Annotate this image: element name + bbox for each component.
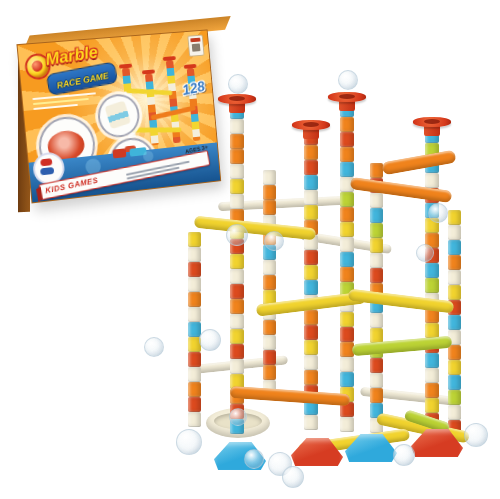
column-segment-yellow [340, 312, 354, 327]
clear-marble [228, 74, 248, 94]
column-segment-red [340, 327, 354, 342]
column-segment-blue [340, 252, 354, 267]
column-segment-orange [340, 267, 354, 282]
clear-marble [199, 329, 221, 351]
column-segment-orange [230, 149, 244, 164]
clear-marble [428, 203, 448, 223]
column-segment-cream [425, 368, 439, 383]
clear-marble [144, 337, 164, 357]
column-segment-yellow [304, 205, 318, 220]
column-segment-cream [263, 170, 276, 185]
column-segment-cream [230, 164, 244, 179]
column-segment-orange [188, 382, 201, 397]
column-segment-cream [370, 313, 383, 328]
column-segment-blue [448, 375, 461, 390]
column-segment-red [304, 160, 318, 175]
column-segment-red [340, 132, 354, 147]
column-segment-cream [448, 270, 461, 285]
column-segment-yellow [230, 179, 244, 194]
clear-marble [176, 429, 202, 455]
column-segment-green [340, 192, 354, 207]
column-segment-cream [304, 355, 318, 370]
column-segment-cream [188, 412, 201, 427]
track-piece-yellow [194, 216, 317, 241]
column-segment-red [188, 397, 201, 412]
column-segment-blue [304, 280, 318, 295]
column-segment-orange [370, 163, 383, 178]
column-segment-cream [230, 359, 244, 374]
column-segment-red [230, 284, 244, 299]
product-photo: Marble RACE GAME 128 AGES 3+ KIDS GAMES [0, 0, 500, 499]
clear-marble [282, 466, 304, 488]
funnel-hole [424, 119, 440, 124]
column-segment-blue [425, 353, 439, 368]
column-segment-orange [448, 345, 461, 360]
column-segment-red [188, 262, 201, 277]
column-segment-yellow [448, 210, 461, 225]
column-segment-yellow [340, 222, 354, 237]
column-segment-orange [340, 207, 354, 222]
column-segment-yellow [448, 285, 461, 300]
clear-marble [464, 423, 488, 447]
clear-marble [264, 231, 284, 251]
column-segment-green [370, 223, 383, 238]
column-segment-cream [188, 307, 201, 322]
column-segment-green [448, 390, 461, 405]
column-segment-cream [340, 357, 354, 372]
column-segment-orange [425, 383, 439, 398]
column-segment-orange [230, 299, 244, 314]
clear-marble [244, 449, 264, 469]
column-segment-blue [340, 162, 354, 177]
column-segment-red [188, 352, 201, 367]
clear-marble [416, 244, 434, 262]
column-segment-cream [340, 417, 354, 432]
column-segment-blue [340, 372, 354, 387]
column-segment-orange [340, 147, 354, 162]
clear-marble [393, 444, 415, 466]
column-segment-yellow [304, 340, 318, 355]
column-segment-blue [304, 175, 318, 190]
column-segment-cream [230, 314, 244, 329]
column-segment-orange [263, 185, 276, 200]
column-segment-red [230, 344, 244, 359]
column-segment-orange [304, 370, 318, 385]
column-segment-yellow [448, 360, 461, 375]
column-segment-red [263, 350, 276, 365]
column-segment-red [370, 358, 383, 373]
column-segment-cream [304, 190, 318, 205]
column-segment-orange [448, 255, 461, 270]
column-segment-yellow [188, 232, 201, 247]
column-segment-blue [448, 240, 461, 255]
funnel-hole [339, 94, 355, 99]
track-piece-orange [381, 150, 456, 176]
column-segment-yellow [304, 265, 318, 280]
column-segment-cream [370, 253, 383, 268]
column-segment-orange [188, 292, 201, 307]
column-segment-orange [370, 388, 383, 403]
column-segment-red [304, 325, 318, 340]
column-segment-orange [263, 320, 276, 335]
column-segment-blue [448, 315, 461, 330]
column-segment-red [370, 268, 383, 283]
column-segment-orange [340, 117, 354, 132]
column-segment-yellow [230, 254, 244, 269]
clear-marble [338, 70, 358, 90]
column-segment-orange [263, 275, 276, 290]
column-segment-red [304, 250, 318, 265]
column-segment-cream [304, 415, 318, 430]
column-segment-cream [230, 269, 244, 284]
column-segment-cream [188, 277, 201, 292]
column-segment-cream [370, 193, 383, 208]
column-segment-orange [263, 365, 276, 380]
track-piece-orange [230, 386, 351, 406]
funnel-hole [303, 122, 319, 127]
clear-marble [226, 224, 248, 246]
column-segment-yellow [425, 323, 439, 338]
column-segment-cream [263, 335, 276, 350]
column-segment-cream [448, 405, 461, 420]
column-segment-cream [340, 237, 354, 252]
column-segment-green [425, 278, 439, 293]
clear-marble [229, 408, 247, 426]
column-segment-cream [188, 247, 201, 262]
column-segment-orange [304, 310, 318, 325]
column-segment-blue [370, 208, 383, 223]
funnel-hole [229, 96, 245, 101]
column-segment-orange [230, 134, 244, 149]
column-segment-yellow [370, 238, 383, 253]
column-segment-cream [188, 367, 201, 382]
column-segment-cream [230, 119, 244, 134]
column-segment-orange [304, 145, 318, 160]
column-segment-orange [263, 200, 276, 215]
column-segment-cream [370, 373, 383, 388]
column-segment-yellow [230, 329, 244, 344]
column-segment-cream [425, 173, 439, 188]
marble-run-structure [0, 0, 500, 499]
column-segment-blue [425, 263, 439, 278]
column-segment-yellow [425, 398, 439, 413]
column-segment-cream [448, 225, 461, 240]
column-segment-cream [263, 260, 276, 275]
column-segment-cream [230, 194, 244, 209]
